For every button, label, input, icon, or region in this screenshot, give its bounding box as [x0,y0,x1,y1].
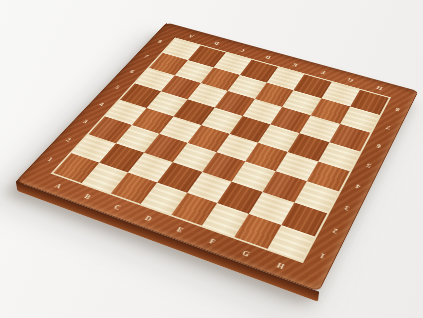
rank-label-left-3: 3 [81,119,88,124]
file-label-bottom-d: D [143,215,152,222]
square-f1 [202,203,249,237]
square-h4 [307,161,350,191]
square-e4 [216,134,258,162]
square-a1 [53,153,99,183]
square-c2 [128,153,173,183]
file-label-top-b: B [214,40,221,44]
rank-label-right-3: 3 [343,204,350,210]
rank-label-right-5: 5 [365,162,371,168]
square-g4 [276,152,319,182]
file-label-bottom-h: H [275,262,285,270]
file-label-bottom-e: E [175,226,184,233]
file-label-bottom-f: F [208,238,216,245]
file-label-bottom-a: A [53,183,62,190]
chessboard: ABCDEFGH ABCDEFGH 87654321 87654321 [16,23,419,292]
rank-label-right-6: 6 [376,143,382,149]
file-label-top-h: H [376,85,383,90]
square-h5 [319,142,361,171]
file-label-top-g: G [347,77,354,82]
square-h2 [281,203,327,237]
square-h1 [268,225,315,261]
rank-label-right-1: 1 [319,251,326,258]
square-d2 [157,162,202,192]
square-f3 [232,162,276,192]
square-g3 [263,171,307,202]
rank-label-right-7: 7 [385,124,391,129]
file-label-top-e: E [292,62,299,67]
file-label-top-d: D [265,55,272,60]
rank-label-left-2: 2 [64,138,71,143]
rank-label-left-5: 5 [114,85,121,90]
square-b2 [99,143,144,172]
square-d1 [140,182,186,214]
file-label-bottom-b: B [83,193,92,200]
square-e2 [187,172,232,203]
rank-label-right-8: 8 [395,106,401,111]
file-label-top-f: F [320,69,326,74]
square-a2 [71,134,115,162]
rank-label-right-4: 4 [355,183,361,189]
square-g1 [235,214,282,249]
rank-label-left-1: 1 [46,157,54,163]
file-label-top-a: A [189,34,196,38]
square-c3 [144,134,187,162]
file-label-top-c: C [239,47,246,52]
rank-label-left-7: 7 [143,54,149,58]
rank-label-left-4: 4 [98,102,105,107]
square-d3 [172,143,216,172]
square-g2 [249,192,294,225]
square-e3 [202,152,246,182]
square-f2 [217,182,262,214]
rank-label-right-2: 2 [331,227,338,234]
square-g5 [288,133,330,161]
square-f4 [245,143,288,172]
rank-label-left-6: 6 [129,70,135,75]
square-c1 [111,172,157,203]
photo-background: ABCDEFGH ABCDEFGH 87654321 87654321 [0,0,423,318]
board-top-face: ABCDEFGH ABCDEFGH 87654321 87654321 [16,23,419,292]
perspective-scene: ABCDEFGH ABCDEFGH 87654321 87654321 [0,0,423,318]
square-h3 [294,181,338,213]
rank-label-left-8: 8 [157,40,163,44]
square-b1 [82,163,128,194]
file-label-bottom-g: G [241,250,251,258]
square-e1 [171,193,218,226]
file-label-bottom-c: C [113,204,122,211]
